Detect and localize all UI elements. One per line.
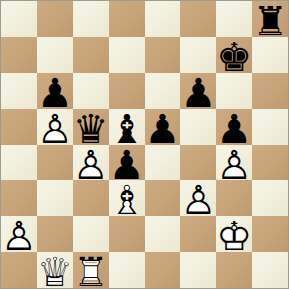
square-a6[interactable] xyxy=(1,73,37,109)
piece-glyph: ♔ xyxy=(216,216,252,252)
square-d5[interactable]: ♝ xyxy=(109,109,145,145)
piece-glyph: ♟ xyxy=(216,109,252,145)
square-f1[interactable] xyxy=(180,252,216,288)
piece-white-pawn[interactable]: ♟♙ xyxy=(180,180,216,216)
square-b8[interactable] xyxy=(37,1,73,37)
square-e6[interactable] xyxy=(145,73,181,109)
square-g4[interactable]: ♟♙ xyxy=(216,145,252,181)
square-b7[interactable] xyxy=(37,37,73,73)
square-g7[interactable]: ♚ xyxy=(216,37,252,73)
square-a4[interactable] xyxy=(1,145,37,181)
square-b3[interactable] xyxy=(37,180,73,216)
chess-board-wrapper: ♜♚♟♟♟♙♛♝♟♟♟♙♟♟♙♝♗♟♙♟♙♚♔♛♕♜♖ xyxy=(0,0,289,289)
piece-white-pawn[interactable]: ♟♙ xyxy=(1,216,37,252)
square-c7[interactable] xyxy=(73,37,109,73)
square-g8[interactable] xyxy=(216,1,252,37)
piece-black-queen[interactable]: ♛ xyxy=(73,109,109,145)
piece-white-pawn[interactable]: ♟♙ xyxy=(73,145,109,181)
square-h5[interactable] xyxy=(252,109,288,145)
piece-black-pawn[interactable]: ♟ xyxy=(180,73,216,109)
piece-glyph: ♙ xyxy=(1,216,37,252)
square-h7[interactable] xyxy=(252,37,288,73)
piece-glyph: ♟ xyxy=(145,109,181,145)
square-f4[interactable] xyxy=(180,145,216,181)
chess-board: ♜♚♟♟♟♙♛♝♟♟♟♙♟♟♙♝♗♟♙♟♙♚♔♛♕♜♖ xyxy=(0,0,289,289)
square-d6[interactable] xyxy=(109,73,145,109)
square-c4[interactable]: ♟♙ xyxy=(73,145,109,181)
square-e5[interactable]: ♟ xyxy=(145,109,181,145)
square-e2[interactable] xyxy=(145,216,181,252)
piece-black-bishop[interactable]: ♝ xyxy=(109,109,145,145)
piece-black-pawn[interactable]: ♟ xyxy=(145,109,181,145)
square-h4[interactable] xyxy=(252,145,288,181)
square-d1[interactable] xyxy=(109,252,145,288)
piece-glyph: ♟ xyxy=(109,145,145,181)
square-g3[interactable] xyxy=(216,180,252,216)
piece-glyph: ♖ xyxy=(73,252,109,288)
piece-white-king[interactable]: ♚♔ xyxy=(216,216,252,252)
square-f5[interactable] xyxy=(180,109,216,145)
square-f2[interactable] xyxy=(180,216,216,252)
square-e8[interactable] xyxy=(145,1,181,37)
piece-glyph: ♜ xyxy=(252,1,288,37)
piece-black-rook[interactable]: ♜ xyxy=(252,1,288,37)
square-h2[interactable] xyxy=(252,216,288,252)
square-d2[interactable] xyxy=(109,216,145,252)
square-g1[interactable] xyxy=(216,252,252,288)
square-c5[interactable]: ♛ xyxy=(73,109,109,145)
square-a5[interactable] xyxy=(1,109,37,145)
piece-glyph: ♕ xyxy=(37,252,73,288)
square-f8[interactable] xyxy=(180,1,216,37)
piece-glyph: ♟ xyxy=(37,73,73,109)
square-f7[interactable] xyxy=(180,37,216,73)
piece-white-rook[interactable]: ♜♖ xyxy=(73,252,109,288)
piece-black-pawn[interactable]: ♟ xyxy=(216,109,252,145)
square-d8[interactable] xyxy=(109,1,145,37)
square-h1[interactable] xyxy=(252,252,288,288)
square-e7[interactable] xyxy=(145,37,181,73)
piece-white-queen[interactable]: ♛♕ xyxy=(37,252,73,288)
piece-white-bishop[interactable]: ♝♗ xyxy=(109,180,145,216)
square-a1[interactable] xyxy=(1,252,37,288)
square-c2[interactable] xyxy=(73,216,109,252)
square-h8[interactable]: ♜ xyxy=(252,1,288,37)
square-c6[interactable] xyxy=(73,73,109,109)
piece-black-king[interactable]: ♚ xyxy=(216,37,252,73)
square-e3[interactable] xyxy=(145,180,181,216)
piece-glyph: ♙ xyxy=(73,145,109,181)
piece-glyph: ♙ xyxy=(37,109,73,145)
square-b5[interactable]: ♟♙ xyxy=(37,109,73,145)
piece-glyph: ♙ xyxy=(216,145,252,181)
square-h3[interactable] xyxy=(252,180,288,216)
square-a2[interactable]: ♟♙ xyxy=(1,216,37,252)
piece-glyph: ♛ xyxy=(73,109,109,145)
piece-white-pawn[interactable]: ♟♙ xyxy=(216,145,252,181)
square-e1[interactable] xyxy=(145,252,181,288)
square-d7[interactable] xyxy=(109,37,145,73)
piece-glyph: ♟ xyxy=(180,73,216,109)
square-c8[interactable] xyxy=(73,1,109,37)
square-b1[interactable]: ♛♕ xyxy=(37,252,73,288)
square-c1[interactable]: ♜♖ xyxy=(73,252,109,288)
square-g6[interactable] xyxy=(216,73,252,109)
piece-black-pawn[interactable]: ♟ xyxy=(109,145,145,181)
square-b6[interactable]: ♟ xyxy=(37,73,73,109)
square-a8[interactable] xyxy=(1,1,37,37)
square-f3[interactable]: ♟♙ xyxy=(180,180,216,216)
square-b2[interactable] xyxy=(37,216,73,252)
square-b4[interactable] xyxy=(37,145,73,181)
piece-black-pawn[interactable]: ♟ xyxy=(37,73,73,109)
square-g5[interactable]: ♟ xyxy=(216,109,252,145)
piece-white-pawn[interactable]: ♟♙ xyxy=(37,109,73,145)
square-h6[interactable] xyxy=(252,73,288,109)
piece-glyph: ♙ xyxy=(180,180,216,216)
square-d3[interactable]: ♝♗ xyxy=(109,180,145,216)
square-d4[interactable]: ♟ xyxy=(109,145,145,181)
piece-glyph: ♝ xyxy=(109,109,145,145)
square-a7[interactable] xyxy=(1,37,37,73)
square-c3[interactable] xyxy=(73,180,109,216)
square-g2[interactable]: ♚♔ xyxy=(216,216,252,252)
piece-glyph: ♗ xyxy=(109,180,145,216)
square-a3[interactable] xyxy=(1,180,37,216)
square-e4[interactable] xyxy=(145,145,181,181)
piece-glyph: ♚ xyxy=(216,37,252,73)
square-f6[interactable]: ♟ xyxy=(180,73,216,109)
